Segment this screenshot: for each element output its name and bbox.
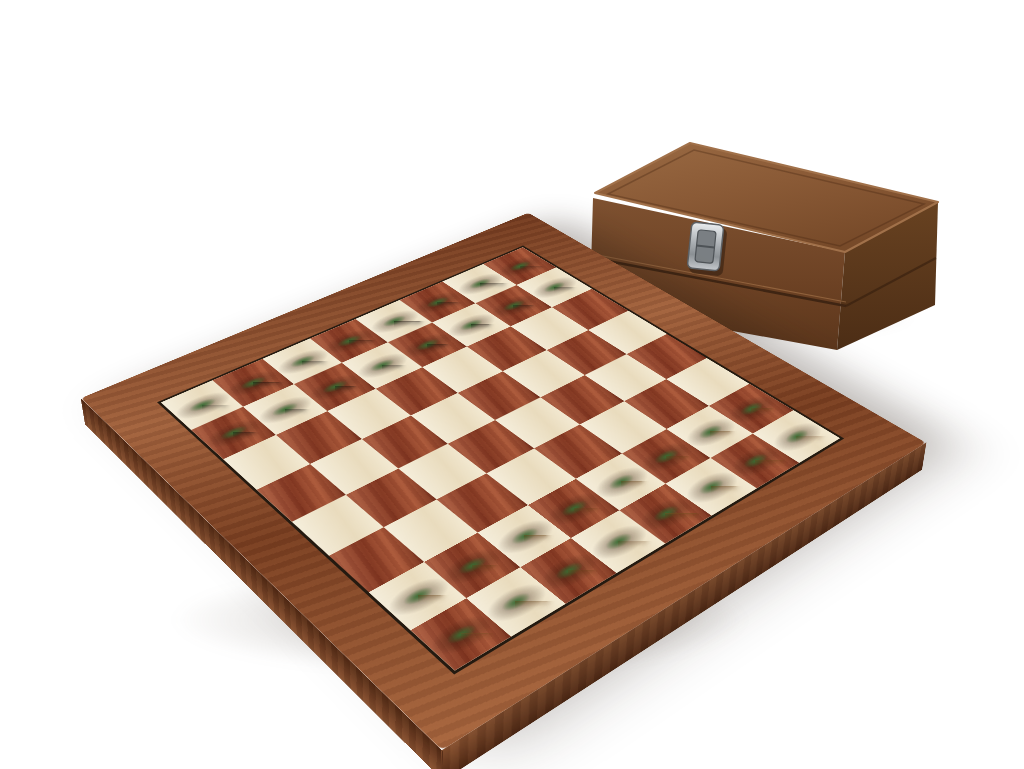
black-pawn-glyph: ♟: [256, 353, 315, 418]
square-a1: ♜: [410, 598, 511, 671]
board-scene: ♜♞♝♛♚♝♞♜♟♟♟♟♟♟♟♟♟♟♟♟♟♟♟♟♜♞♝♛♚♝♞♜: [0, 0, 1024, 769]
chess-board: ♜♞♝♛♚♝♞♜♟♟♟♟♟♟♟♟♟♟♟♟♟♟♟♟♜♞♝♛♚♝♞♜: [81, 213, 926, 750]
product-photo-scene: ♜♞♝♛♚♝♞♜♟♟♟♟♟♟♟♟♟♟♟♟♟♟♟♟♜♞♝♛♚♝♞♜: [0, 0, 1024, 769]
square-a7: ♟: [191, 407, 276, 459]
white-rook-glyph: ♜: [417, 550, 505, 648]
board-grid: ♜♞♝♛♚♝♞♜♟♟♟♟♟♟♟♟♟♟♟♟♟♟♟♟♜♞♝♛♚♝♞♜: [157, 245, 844, 674]
